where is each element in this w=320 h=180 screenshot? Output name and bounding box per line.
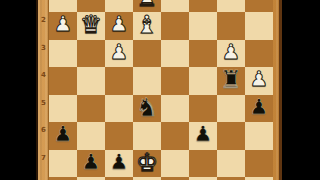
square-d8 <box>161 177 189 180</box>
letterbox-left <box>0 0 36 180</box>
square-a1 <box>245 0 273 12</box>
white-rook-e1: ♜ <box>136 0 158 10</box>
square-e2: ♝ <box>133 12 161 40</box>
white-pawn-b3: ♟ <box>222 42 241 63</box>
square-h6: ♟ <box>49 122 77 150</box>
square-e4 <box>133 67 161 95</box>
white-pawn-f3: ♟ <box>110 42 129 63</box>
square-f5 <box>105 95 133 123</box>
letterbox-right <box>282 0 320 180</box>
black-pawn-a5: ♟ <box>250 97 269 118</box>
square-b6 <box>217 122 245 150</box>
square-h4 <box>49 67 77 95</box>
square-g4 <box>77 67 105 95</box>
white-pawn-f2: ♟ <box>110 14 129 35</box>
square-h3 <box>49 40 77 68</box>
square-b3: ♟ <box>217 40 245 68</box>
square-g6 <box>77 122 105 150</box>
white-queen-g2: ♛ <box>80 12 102 37</box>
black-knight-e5: ♞ <box>136 95 158 120</box>
black-pawn-h6: ♟ <box>54 124 73 145</box>
square-b1 <box>217 0 245 12</box>
square-h5 <box>49 95 77 123</box>
square-d4 <box>161 67 189 95</box>
square-d5 <box>161 95 189 123</box>
square-g5 <box>77 95 105 123</box>
chess-board: ♜♟♛♟♝♟♟♜♟♞♟♟♟♟♟♚ <box>48 0 273 180</box>
square-e3 <box>133 40 161 68</box>
white-bishop-e2: ♝ <box>136 12 158 37</box>
square-b5 <box>217 95 245 123</box>
square-b8 <box>217 177 245 180</box>
square-a8 <box>245 177 273 180</box>
square-c8 <box>189 177 217 180</box>
square-f4 <box>105 67 133 95</box>
square-g2: ♛ <box>77 12 105 40</box>
square-c4 <box>189 67 217 95</box>
square-b7 <box>217 150 245 178</box>
square-a3 <box>245 40 273 68</box>
square-e6 <box>133 122 161 150</box>
square-a6 <box>245 122 273 150</box>
square-d7 <box>161 150 189 178</box>
square-d6 <box>161 122 189 150</box>
square-f3: ♟ <box>105 40 133 68</box>
square-a2 <box>245 12 273 40</box>
black-pawn-g7: ♟ <box>82 152 101 173</box>
white-king-e7: ♚ <box>136 150 158 175</box>
square-a7 <box>245 150 273 178</box>
square-e7: ♚ <box>133 150 161 178</box>
board-frame: 234567 ♜♟♛♟♝♟♟♜♟♞♟♟♟♟♟♚ <box>36 0 282 180</box>
square-d1 <box>161 0 189 12</box>
square-h1 <box>49 0 77 12</box>
square-f7: ♟ <box>105 150 133 178</box>
square-h2: ♟ <box>49 12 77 40</box>
white-pawn-h2: ♟ <box>54 14 73 35</box>
square-c2 <box>189 12 217 40</box>
square-c5 <box>189 95 217 123</box>
square-c3 <box>189 40 217 68</box>
square-f1 <box>105 0 133 12</box>
black-rook-b4: ♜ <box>220 67 242 92</box>
square-b2 <box>217 12 245 40</box>
video-frame: 234567 ♜♟♛♟♝♟♟♜♟♞♟♟♟♟♟♚ <box>0 0 320 180</box>
black-pawn-f7: ♟ <box>110 152 129 173</box>
square-c6: ♟ <box>189 122 217 150</box>
square-c1 <box>189 0 217 12</box>
square-f6 <box>105 122 133 150</box>
square-g7: ♟ <box>77 150 105 178</box>
square-c7 <box>189 150 217 178</box>
square-a4: ♟ <box>245 67 273 95</box>
square-e5: ♞ <box>133 95 161 123</box>
square-h8 <box>49 177 77 180</box>
square-d2 <box>161 12 189 40</box>
square-b4: ♜ <box>217 67 245 95</box>
square-g3 <box>77 40 105 68</box>
square-f8 <box>105 177 133 180</box>
square-a5: ♟ <box>245 95 273 123</box>
square-e8 <box>133 177 161 180</box>
white-pawn-a4: ♟ <box>250 69 269 90</box>
square-f2: ♟ <box>105 12 133 40</box>
square-g8 <box>77 177 105 180</box>
square-d3 <box>161 40 189 68</box>
square-h7 <box>49 150 77 178</box>
black-pawn-c6: ♟ <box>194 124 213 145</box>
